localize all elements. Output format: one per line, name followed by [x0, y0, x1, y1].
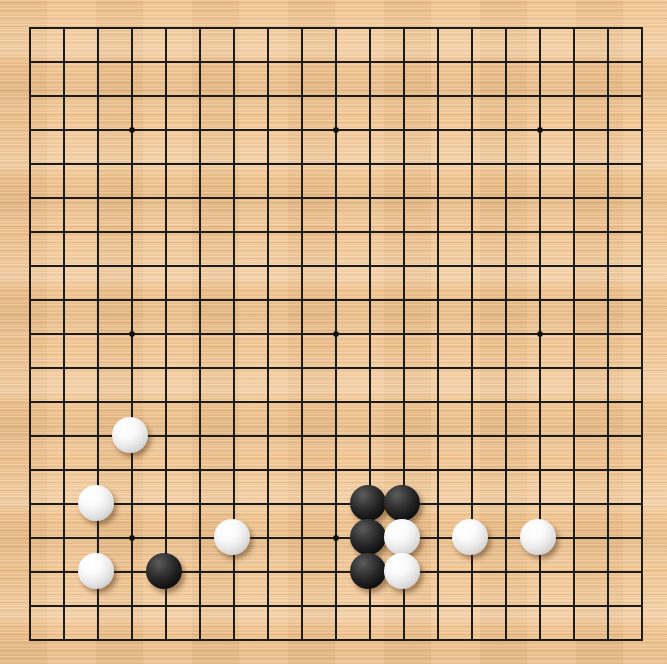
star-point: [334, 128, 339, 133]
black-stone: [350, 519, 386, 555]
star-point: [130, 536, 135, 541]
white-stone: [214, 519, 250, 555]
star-point: [334, 536, 339, 541]
white-stone: [78, 553, 114, 589]
star-point: [130, 332, 135, 337]
white-stone: [452, 519, 488, 555]
black-stone: [350, 485, 386, 521]
white-stone: [520, 519, 556, 555]
star-point: [538, 332, 543, 337]
white-stone: [112, 417, 148, 453]
goban-wood-surface: [0, 0, 667, 664]
black-stone: [350, 553, 386, 589]
star-point: [130, 128, 135, 133]
star-point: [538, 128, 543, 133]
white-stone: [384, 519, 420, 555]
white-stone: [384, 553, 420, 589]
black-stone: [384, 485, 420, 521]
star-point: [334, 332, 339, 337]
white-stone: [78, 485, 114, 521]
black-stone: [146, 553, 182, 589]
go-board[interactable]: [29, 27, 643, 641]
